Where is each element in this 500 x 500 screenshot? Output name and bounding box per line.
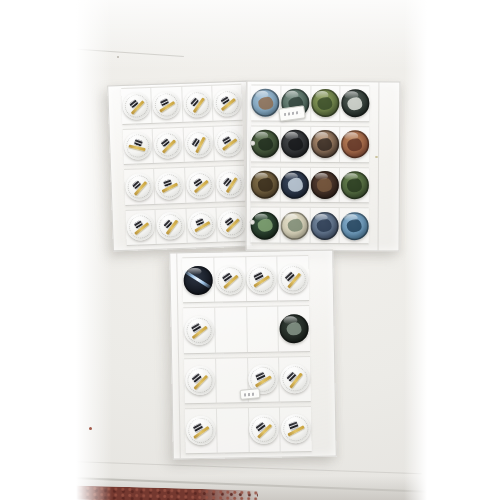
- pocket: [340, 168, 369, 203]
- pocket-row: [251, 125, 369, 162]
- pocket: [121, 88, 152, 124]
- white-back-pog: [279, 264, 309, 294]
- pocket: [310, 167, 340, 202]
- gold-band-logo-design: [155, 210, 188, 243]
- printed-artwork: [258, 97, 273, 110]
- pocket: [212, 85, 242, 120]
- pocket: [279, 357, 311, 402]
- pocket: [340, 86, 369, 121]
- pocket: [185, 408, 218, 453]
- gold-band-logo-design: [184, 414, 218, 448]
- white-back-pog: [215, 129, 243, 157]
- pocket: [280, 208, 310, 243]
- white-back-pog: [247, 264, 277, 294]
- pocket: [251, 126, 281, 161]
- picture-pog-green-scene: [340, 171, 368, 199]
- printed-artwork: [317, 178, 332, 191]
- white-back-pog: [184, 130, 212, 158]
- gold-band-logo-design: [247, 412, 282, 447]
- white-back-pog: [186, 416, 216, 446]
- picture-pog-dark-white-figure: [341, 89, 369, 117]
- pocket: [124, 169, 155, 205]
- sticker-handwriting: [244, 392, 257, 396]
- picture-pog-tan-face: [311, 130, 339, 158]
- white-back-pog: [215, 265, 245, 295]
- white-back-pog: [213, 89, 241, 117]
- printed-artwork: [257, 219, 272, 232]
- gold-band-logo-design: [181, 87, 213, 119]
- printed-artwork: [347, 138, 362, 151]
- pocket-row: [121, 84, 242, 125]
- white-back-pog: [156, 172, 184, 200]
- pocket: [311, 127, 341, 162]
- printed-artwork: [258, 137, 273, 150]
- pocket: [246, 257, 279, 302]
- gold-band-logo-design: [276, 261, 311, 296]
- pocket: [340, 208, 369, 243]
- pocket: [183, 308, 216, 353]
- pocket-empty: [215, 307, 248, 352]
- gold-band-logo-design: [277, 361, 312, 396]
- gold-band-logo-design: [123, 170, 155, 202]
- binder-hole: [250, 141, 255, 146]
- overexposed-right-edge: [404, 0, 500, 500]
- pocket: [214, 257, 247, 302]
- gold-band-logo-design: [151, 89, 182, 120]
- pocket: [248, 407, 281, 452]
- pocket: [251, 208, 281, 243]
- pocket: [123, 128, 154, 164]
- sticker-handwriting: [283, 111, 300, 116]
- printed-artwork: [317, 138, 332, 151]
- gold-band-logo-design: [213, 127, 244, 158]
- pocket: [154, 168, 185, 204]
- pocket: [183, 126, 214, 162]
- pocket: [182, 258, 215, 303]
- gold-band-logo-design: [280, 413, 312, 445]
- printed-artwork: [288, 137, 303, 150]
- white-back-pog: [124, 132, 152, 160]
- white-back-pog: [183, 90, 211, 118]
- gold-band-logo-design: [125, 211, 157, 243]
- sheet-right: [246, 81, 401, 252]
- gold-band-logo-design: [155, 171, 184, 200]
- sheet-bottom: [169, 250, 337, 460]
- pocket-row: [123, 124, 244, 165]
- pocket: [278, 256, 310, 301]
- gold-band-logo-design: [152, 129, 184, 161]
- pocket-row: [251, 166, 369, 203]
- pocket: [281, 167, 311, 202]
- gold-band-logo-design: [182, 128, 214, 160]
- pocket-empty: [247, 307, 280, 352]
- picture-pog-darkblue-streaks: [281, 171, 309, 199]
- picture-pog-lightblue-creature: [252, 89, 280, 117]
- gold-band-logo-design: [182, 313, 216, 347]
- pocket: [182, 86, 213, 122]
- printed-artwork: [258, 178, 273, 191]
- gold-band-logo-design: [123, 131, 152, 160]
- white-back-pog: [154, 131, 182, 159]
- pocket: [184, 358, 217, 403]
- white-back-pog: [216, 170, 244, 198]
- gold-band-logo-design: [212, 262, 247, 297]
- picture-pog-darkmaroon-scene: [311, 171, 339, 199]
- pocket-row: [251, 85, 369, 122]
- pocket: [278, 306, 310, 351]
- picture-pog-green-figure: [311, 89, 339, 117]
- gold-band-logo-design: [214, 167, 246, 199]
- pocket: [311, 86, 341, 121]
- pocket: [186, 207, 217, 243]
- pocket-row: [182, 255, 309, 303]
- printed-artwork: [287, 219, 302, 232]
- pocket: [340, 127, 369, 162]
- pocket-row: [183, 305, 310, 353]
- pocket-empty: [217, 408, 250, 453]
- gold-band-logo-design: [182, 363, 217, 398]
- pocket: [216, 206, 246, 241]
- gold-band-logo-design: [184, 169, 216, 201]
- pocket-grid: [170, 251, 336, 459]
- pocket-grid: [247, 82, 400, 251]
- picture-pog-dark-figure-saber: [183, 265, 213, 295]
- white-back-pog: [280, 364, 310, 394]
- gold-band-logo-design: [211, 87, 243, 119]
- pocket: [281, 127, 311, 162]
- pocket: [251, 167, 281, 202]
- gold-band-logo-design: [215, 208, 247, 240]
- picture-pog-brown-battle: [251, 170, 279, 198]
- white-back-pog: [249, 415, 279, 445]
- white-back-pog: [185, 366, 215, 396]
- dust-speck: [89, 427, 92, 430]
- gold-band-logo-design: [186, 210, 216, 240]
- pocket: [152, 87, 183, 123]
- picture-pog-dark-mottled: [279, 314, 309, 344]
- binder-hole: [250, 220, 255, 225]
- pocket: [310, 208, 340, 243]
- price-sticker: [240, 388, 261, 400]
- printed-artwork: [347, 179, 362, 192]
- picture-pog-lightblue-shape: [340, 212, 368, 240]
- gold-band-logo-design: [120, 90, 152, 122]
- white-back-pog: [187, 211, 215, 239]
- printed-artwork: [287, 178, 302, 191]
- printed-artwork: [318, 97, 333, 110]
- pocket-row: [125, 205, 246, 246]
- white-back-pog: [153, 91, 181, 119]
- white-back-pog: [127, 213, 155, 241]
- pocket-row: [124, 165, 245, 206]
- pocket: [215, 166, 245, 201]
- pocket: [213, 125, 243, 160]
- pocket: [280, 407, 312, 452]
- white-back-pog: [125, 173, 153, 201]
- pocket: [126, 209, 157, 245]
- pocket-row: [185, 406, 312, 454]
- gold-band-logo-design: [245, 262, 279, 296]
- pocket: [251, 86, 281, 121]
- picture-pog-darkgreen-streak: [251, 211, 279, 239]
- picture-pog-redorange-figure: [341, 130, 369, 158]
- pocket: [185, 167, 216, 203]
- pocket: [156, 208, 187, 244]
- sheet-left: [107, 81, 253, 252]
- picture-pog-black-figure: [281, 130, 309, 158]
- white-back-pog: [217, 210, 245, 238]
- picture-pog-blue-figure: [310, 212, 338, 240]
- printed-artwork: [286, 322, 302, 336]
- pocket: [153, 127, 184, 163]
- printed-artwork: [347, 97, 362, 110]
- printed-artwork: [347, 219, 362, 232]
- white-back-pog: [184, 316, 214, 346]
- white-back-pog: [123, 92, 151, 120]
- pocket-grid: [108, 82, 252, 251]
- picture-pog-cream-scene: [281, 211, 309, 239]
- white-back-pog: [157, 212, 185, 240]
- overexposed-left-edge: [0, 0, 112, 500]
- pocket-row: [251, 207, 369, 244]
- picture-pog-darkgreen-scene: [251, 130, 279, 158]
- white-back-pog: [186, 171, 214, 199]
- auction-photo: [0, 0, 500, 500]
- printed-artwork: [317, 219, 332, 232]
- white-back-pog: [281, 414, 311, 444]
- dust-speck: [117, 56, 119, 58]
